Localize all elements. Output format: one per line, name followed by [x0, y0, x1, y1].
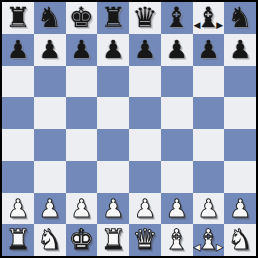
white-pawn[interactable]: ♟	[38, 196, 60, 221]
black-king[interactable]: ♚	[69, 4, 94, 32]
white-rook[interactable]: ♜	[5, 226, 30, 254]
black-pawn[interactable]: ♟	[134, 37, 156, 62]
square-b1[interactable]: ♞	[34, 224, 66, 256]
square-b4[interactable]	[34, 129, 66, 161]
square-a7[interactable]: ♟	[2, 34, 34, 66]
square-g8[interactable]: ♝◀▶	[193, 2, 225, 34]
black-queen[interactable]: ♛	[132, 4, 157, 32]
piece-base-arrow-right-icon: ▶	[216, 243, 223, 252]
square-d3[interactable]	[97, 161, 129, 193]
square-f6[interactable]	[161, 66, 193, 98]
square-h8[interactable]: ♞	[224, 2, 256, 34]
square-d7[interactable]: ♟	[97, 34, 129, 66]
piece-base-arrow-right-icon: ▶	[216, 21, 223, 30]
square-e3[interactable]	[129, 161, 161, 193]
square-h5[interactable]	[224, 97, 256, 129]
square-e7[interactable]: ♟	[129, 34, 161, 66]
square-g7[interactable]: ♟	[193, 34, 225, 66]
white-pawn[interactable]: ♟	[197, 196, 219, 221]
square-e5[interactable]	[129, 97, 161, 129]
square-a8[interactable]: ♜	[2, 2, 34, 34]
black-knight[interactable]: ♞	[228, 4, 253, 32]
square-a6[interactable]	[2, 66, 34, 98]
square-e1[interactable]: ♛	[129, 224, 161, 256]
black-pawn[interactable]: ♟	[7, 37, 29, 62]
square-b2[interactable]: ♟	[34, 193, 66, 225]
white-bishop[interactable]: ♝	[164, 226, 189, 254]
square-a2[interactable]: ♟	[2, 193, 34, 225]
square-d6[interactable]	[97, 66, 129, 98]
square-f1[interactable]: ♝	[161, 224, 193, 256]
square-f8[interactable]: ♝	[161, 2, 193, 34]
square-g2[interactable]: ♟	[193, 193, 225, 225]
square-c7[interactable]: ♟	[66, 34, 98, 66]
square-f5[interactable]	[161, 97, 193, 129]
square-c8[interactable]: ♚	[66, 2, 98, 34]
square-g6[interactable]	[193, 66, 225, 98]
black-rook[interactable]: ♜	[5, 4, 30, 32]
square-b5[interactable]	[34, 97, 66, 129]
white-king[interactable]: ♚	[69, 226, 94, 254]
white-pawn[interactable]: ♟	[7, 196, 29, 221]
square-f3[interactable]	[161, 161, 193, 193]
chessboard-window: ♜♞♚♜♛♝♝◀▶♞♟♟♟♟♟♟♟♟♟♟♟♟♟♟♟♟♜♞♚♜♛♝♝◀▶♞	[0, 0, 258, 258]
square-h4[interactable]	[224, 129, 256, 161]
square-a5[interactable]	[2, 97, 34, 129]
square-e8[interactable]: ♛	[129, 2, 161, 34]
black-pawn[interactable]: ♟	[38, 37, 60, 62]
square-f7[interactable]: ♟	[161, 34, 193, 66]
square-f2[interactable]: ♟	[161, 193, 193, 225]
black-pawn[interactable]: ♟	[229, 37, 251, 62]
white-pawn[interactable]: ♟	[102, 196, 124, 221]
black-pawn[interactable]: ♟	[197, 37, 219, 62]
square-b6[interactable]	[34, 66, 66, 98]
square-d1[interactable]: ♜	[97, 224, 129, 256]
square-e6[interactable]	[129, 66, 161, 98]
black-pawn[interactable]: ♟	[165, 37, 187, 62]
square-g5[interactable]	[193, 97, 225, 129]
white-pawn[interactable]: ♟	[229, 196, 251, 221]
square-d2[interactable]: ♟	[97, 193, 129, 225]
square-g3[interactable]	[193, 161, 225, 193]
piece-base-arrow-left-icon: ◀	[194, 243, 201, 252]
square-g4[interactable]	[193, 129, 225, 161]
black-rook[interactable]: ♜	[101, 4, 126, 32]
white-knight[interactable]: ♞	[37, 226, 62, 254]
white-rook[interactable]: ♜	[101, 226, 126, 254]
square-g1[interactable]: ♝◀▶	[193, 224, 225, 256]
square-c1[interactable]: ♚	[66, 224, 98, 256]
square-h3[interactable]	[224, 161, 256, 193]
black-pawn[interactable]: ♟	[70, 37, 92, 62]
square-e2[interactable]: ♟	[129, 193, 161, 225]
square-d5[interactable]	[97, 97, 129, 129]
black-pawn[interactable]: ♟	[102, 37, 124, 62]
white-pawn[interactable]: ♟	[165, 196, 187, 221]
black-bishop[interactable]: ♝	[164, 4, 189, 32]
white-pawn[interactable]: ♟	[70, 196, 92, 221]
square-d8[interactable]: ♜	[97, 2, 129, 34]
square-e4[interactable]	[129, 129, 161, 161]
square-b8[interactable]: ♞	[34, 2, 66, 34]
square-a3[interactable]	[2, 161, 34, 193]
square-c3[interactable]	[66, 161, 98, 193]
white-knight[interactable]: ♞	[228, 226, 253, 254]
square-h2[interactable]: ♟	[224, 193, 256, 225]
white-queen[interactable]: ♛	[132, 226, 157, 254]
square-h6[interactable]	[224, 66, 256, 98]
white-pawn[interactable]: ♟	[134, 196, 156, 221]
square-c6[interactable]	[66, 66, 98, 98]
square-h7[interactable]: ♟	[224, 34, 256, 66]
square-f4[interactable]	[161, 129, 193, 161]
square-d4[interactable]	[97, 129, 129, 161]
square-c5[interactable]	[66, 97, 98, 129]
chess-board: ♜♞♚♜♛♝♝◀▶♞♟♟♟♟♟♟♟♟♟♟♟♟♟♟♟♟♜♞♚♜♛♝♝◀▶♞	[0, 0, 258, 258]
square-c2[interactable]: ♟	[66, 193, 98, 225]
black-knight[interactable]: ♞	[37, 4, 62, 32]
square-a4[interactable]	[2, 129, 34, 161]
square-b7[interactable]: ♟	[34, 34, 66, 66]
piece-base-arrow-left-icon: ◀	[194, 21, 201, 30]
square-b3[interactable]	[34, 161, 66, 193]
square-a1[interactable]: ♜	[2, 224, 34, 256]
square-h1[interactable]: ♞	[224, 224, 256, 256]
square-c4[interactable]	[66, 129, 98, 161]
